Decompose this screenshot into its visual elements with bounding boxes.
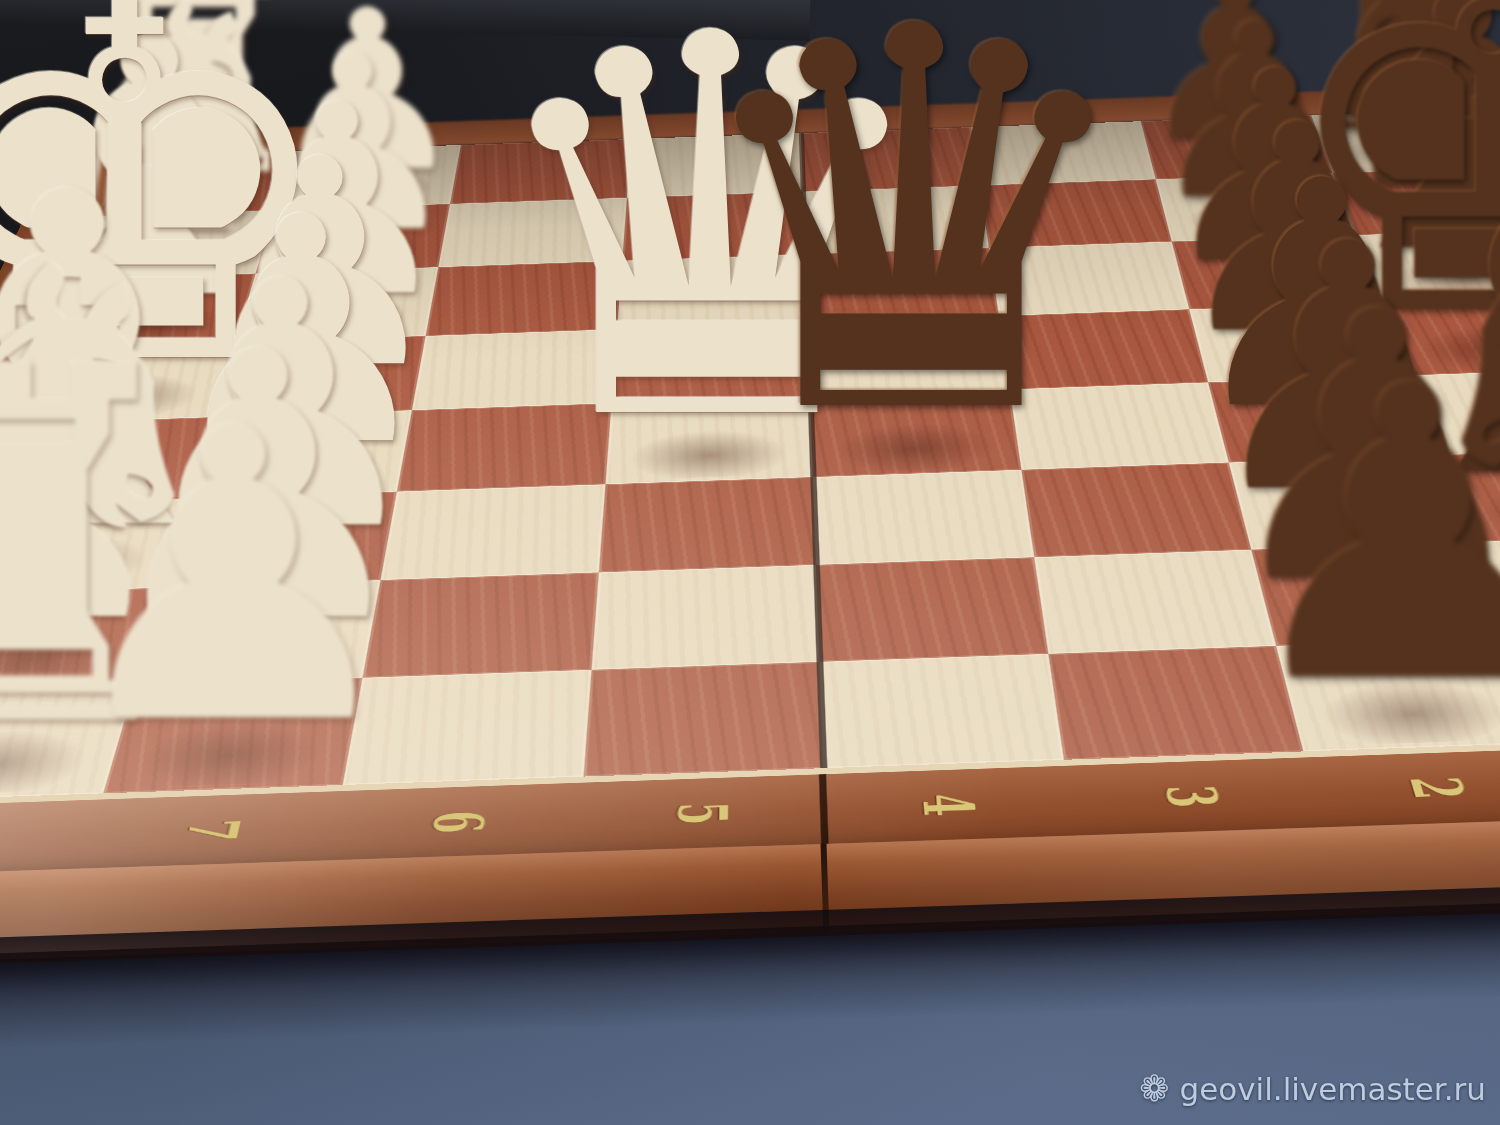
piece-shadow [1258, 488, 1446, 545]
board-square [810, 389, 1021, 476]
rank-label-4: 4 [906, 785, 988, 825]
chessboard: abcdefgh 87654321 [0, 87, 1500, 887]
board-square [598, 477, 816, 573]
board-square [412, 329, 617, 410]
piece-shadow [1197, 261, 1360, 306]
piece-shadow [0, 532, 158, 591]
rank-label-7: 7 [168, 810, 256, 851]
board-square [1172, 235, 1380, 309]
board-square [274, 145, 461, 210]
piece-shadow [91, 234, 249, 277]
board-square [14, 342, 235, 424]
board-square [801, 127, 979, 191]
piece-shadow [158, 617, 352, 681]
piece-shadow [1283, 578, 1481, 641]
piece-shadow [1470, 481, 1500, 538]
piece-shadow [292, 167, 440, 206]
rank-label-6: 6 [415, 802, 499, 843]
piece-shadow [1216, 330, 1387, 379]
piece-shadow [274, 228, 428, 270]
board-square [1048, 646, 1304, 760]
rank-label-2: 2 [1391, 768, 1482, 808]
board-square [1332, 167, 1500, 235]
board-square [591, 565, 819, 670]
rosette-icon: ❁ [1139, 1071, 1169, 1107]
board-square [1034, 550, 1276, 654]
board-square [381, 484, 605, 580]
piece-shadow [211, 441, 386, 495]
piece-shadow [234, 364, 402, 413]
piece-shadow [1383, 254, 1500, 299]
watermark-text: geovil.livemaster.ru [1179, 1071, 1486, 1107]
board-square [102, 677, 362, 793]
piece-shadow [1409, 323, 1500, 371]
board-square [363, 572, 599, 677]
board-square [583, 662, 823, 777]
board-square [988, 242, 1189, 316]
board-square [605, 396, 813, 484]
board-square [1141, 115, 1332, 179]
piece-shadow [128, 718, 332, 788]
board-square [611, 322, 810, 403]
piece-shadow [186, 525, 370, 583]
board-square [1311, 109, 1500, 173]
board-square [72, 210, 274, 280]
board-square [816, 557, 1048, 661]
board-square [450, 139, 631, 204]
piece-shadow [1358, 190, 1500, 232]
board-square [622, 191, 805, 260]
board-square [971, 121, 1156, 185]
board-square [44, 274, 255, 350]
board-square [626, 133, 802, 197]
watermark: ❁ geovil.livemaster.ru [1139, 1071, 1486, 1107]
piece-shadow [1309, 677, 1500, 746]
chess-photo: abcdefgh 87654321 ♜♟♟♜♞♟♟♞♝♟♟♝♚♟♟♚♟♛♛♟♝♟… [0, 0, 1500, 1125]
piece-shadow [626, 427, 792, 480]
piece-shadow [1180, 197, 1336, 239]
board-square [438, 198, 626, 268]
board-square [1355, 229, 1500, 303]
board-square [1156, 173, 1355, 242]
board-square [1009, 382, 1229, 469]
board-square [1251, 542, 1500, 646]
chessboard-grid [0, 109, 1500, 801]
piece-shadow [1163, 137, 1313, 176]
board-square [343, 670, 591, 785]
board-square [163, 491, 397, 587]
piece-shadow [0, 624, 130, 688]
board-square [1229, 455, 1469, 550]
board-square [97, 151, 291, 216]
board-square [1276, 638, 1500, 752]
board-square [255, 204, 450, 274]
board-square [979, 179, 1172, 248]
board-square [819, 654, 1063, 769]
board-square [235, 267, 439, 342]
board-square [998, 309, 1208, 389]
board-square [134, 580, 380, 685]
board-square [807, 316, 1009, 397]
board-square [617, 254, 808, 329]
board-square [0, 417, 213, 506]
board-square [213, 336, 426, 417]
piece-shadow [255, 293, 415, 339]
board-square [803, 185, 989, 254]
file-letter-g: g [17, 241, 58, 250]
piece-shadow [116, 173, 267, 213]
board-square [189, 410, 412, 498]
file-letter-f: f [0, 309, 25, 316]
board-square [426, 261, 622, 336]
rank-label-5: 5 [662, 793, 742, 833]
board-square [805, 248, 998, 322]
board-square [813, 470, 1034, 565]
piece-shadow [831, 420, 999, 473]
piece-shadow [1236, 406, 1415, 459]
board-square [0, 499, 189, 596]
file-letter-h: h [44, 180, 83, 189]
piece-shadow [1336, 131, 1490, 170]
piece-shadow [35, 371, 207, 421]
board-square [1189, 302, 1407, 382]
piece-shadow [64, 300, 229, 346]
piece-shadow [0, 726, 99, 796]
board-square [397, 403, 611, 491]
rank-label-3: 3 [1149, 776, 1235, 816]
board-square [1208, 375, 1437, 462]
board-square [1021, 462, 1251, 557]
